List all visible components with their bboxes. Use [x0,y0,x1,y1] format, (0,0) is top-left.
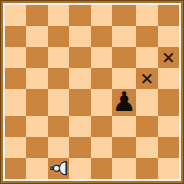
square-h8[interactable] [158,5,179,26]
square-b8[interactable] [26,5,47,26]
square-h2[interactable] [158,137,179,158]
square-d3[interactable] [69,116,90,137]
square-c1[interactable]: ♟♙ [48,158,69,179]
square-g2[interactable] [136,137,157,158]
square-f3[interactable] [112,116,136,137]
square-g6[interactable] [136,47,157,68]
square-d6[interactable] [69,47,90,68]
square-c5[interactable] [48,68,69,89]
square-f2[interactable] [112,137,136,158]
square-d7[interactable] [69,26,90,47]
square-d8[interactable] [69,5,90,26]
square-d5[interactable] [69,68,90,89]
square-c8[interactable] [48,5,69,26]
square-d4[interactable] [69,89,90,116]
square-e3[interactable] [91,116,112,137]
square-a1[interactable] [5,158,26,179]
square-e1[interactable] [91,158,112,179]
square-f1[interactable] [112,158,136,179]
square-e6[interactable] [91,47,112,68]
square-e5[interactable] [91,68,112,89]
square-a4[interactable] [5,89,26,116]
black-pawn[interactable]: ♟ [112,88,136,115]
square-a7[interactable] [5,26,26,47]
square-a3[interactable] [5,116,26,137]
chess-board-frame: ××♟♟♙ [0,0,184,184]
square-e4[interactable] [91,89,112,116]
square-c2[interactable] [48,137,69,158]
square-g4[interactable] [136,89,157,116]
square-b4[interactable] [26,89,47,116]
square-a5[interactable] [5,68,26,89]
white-pawn[interactable]: ♟♙ [48,158,69,179]
square-c4[interactable] [48,89,69,116]
square-h4[interactable] [158,89,179,116]
square-f8[interactable] [112,5,136,26]
x-mark-icon: × [140,70,154,87]
square-h1[interactable] [158,158,179,179]
square-b3[interactable] [26,116,47,137]
square-a8[interactable] [5,5,26,26]
square-b5[interactable] [26,68,47,89]
square-e8[interactable] [91,5,112,26]
square-f6[interactable] [112,47,136,68]
square-g3[interactable] [136,116,157,137]
square-a6[interactable] [5,47,26,68]
square-g1[interactable] [136,158,157,179]
square-c6[interactable] [48,47,69,68]
square-g7[interactable] [136,26,157,47]
square-h6[interactable]: × [158,47,179,68]
chess-board: ××♟♟♙ [5,5,179,179]
square-b7[interactable] [26,26,47,47]
square-c3[interactable] [48,116,69,137]
square-h7[interactable] [158,26,179,47]
square-d1[interactable] [69,158,90,179]
x-mark-icon: × [161,49,175,66]
square-d2[interactable] [69,137,90,158]
square-b2[interactable] [26,137,47,158]
square-e7[interactable] [91,26,112,47]
square-a2[interactable] [5,137,26,158]
square-c7[interactable] [48,26,69,47]
square-f4[interactable]: ♟ [112,89,136,116]
square-g5[interactable]: × [136,68,157,89]
square-h3[interactable] [158,116,179,137]
square-g8[interactable] [136,5,157,26]
square-e2[interactable] [91,137,112,158]
square-b6[interactable] [26,47,47,68]
white-pawn-outline-glyph: ♙ [48,158,69,179]
square-h5[interactable] [158,68,179,89]
square-f7[interactable] [112,26,136,47]
